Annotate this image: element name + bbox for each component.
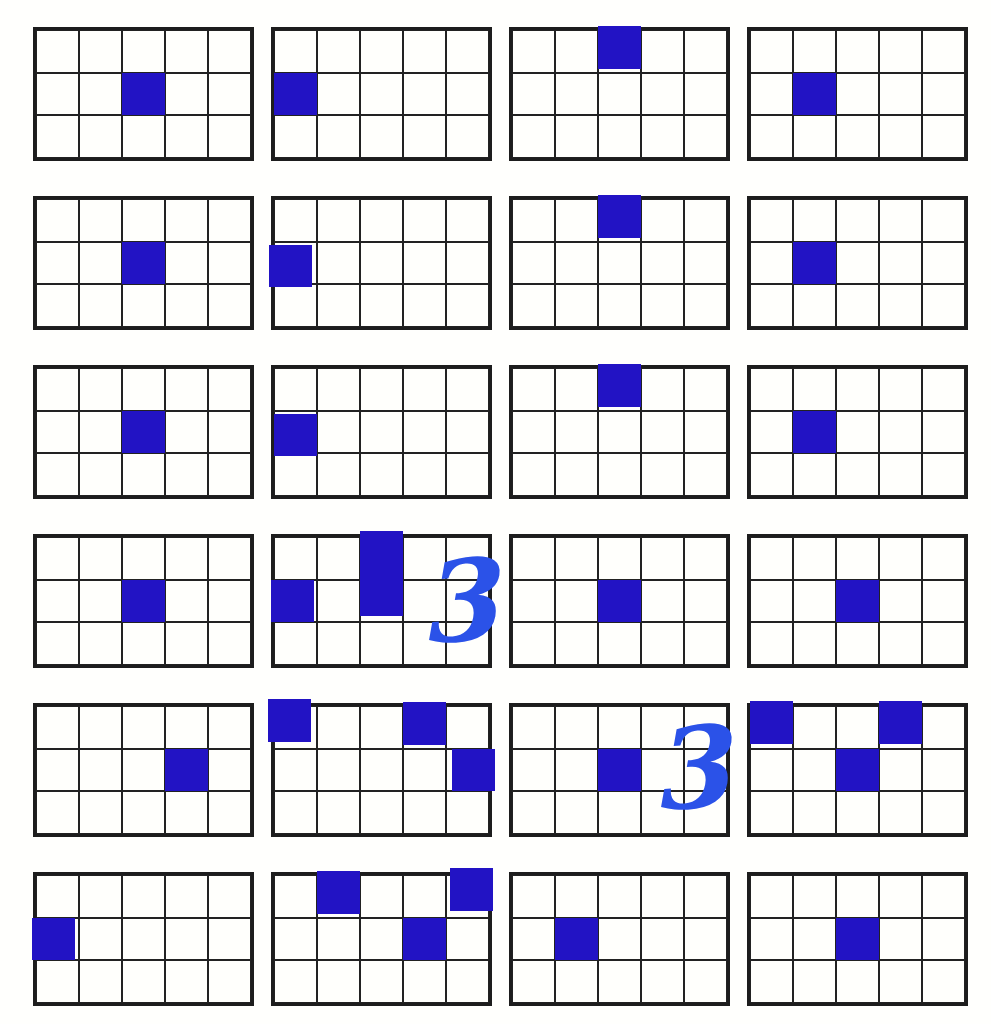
grid-cell — [512, 30, 555, 73]
grid-cell — [750, 368, 793, 411]
grid-cell — [922, 199, 965, 242]
grid-cell — [793, 622, 836, 665]
grid-cell — [879, 749, 922, 792]
grid-cell — [360, 875, 403, 918]
grid-cell — [165, 918, 208, 961]
grid-cell — [360, 30, 403, 73]
grid-cell — [641, 242, 684, 285]
grid-cell — [750, 73, 793, 116]
grid-cell — [750, 284, 793, 327]
grid-cell — [317, 411, 360, 454]
grid-cell — [793, 960, 836, 1003]
grid-cell — [836, 73, 879, 116]
grid-cell — [555, 537, 598, 580]
shaded-cell — [274, 414, 317, 457]
grid-cell — [512, 580, 555, 623]
grid-cell — [446, 411, 489, 454]
grid-cell — [793, 706, 836, 749]
grid-cell — [793, 30, 836, 73]
grid-cell — [750, 242, 793, 285]
grid-cell — [403, 453, 446, 496]
grid-cell — [79, 960, 122, 1003]
grid-cell — [36, 622, 79, 665]
grid-cell — [641, 411, 684, 454]
grid-cell — [922, 622, 965, 665]
grid-cell — [208, 622, 251, 665]
grid-cell — [836, 368, 879, 411]
grid-cell — [403, 622, 446, 665]
grid-cell — [122, 706, 165, 749]
mini-grid-board-21 — [33, 872, 254, 1006]
grid-cell — [403, 960, 446, 1003]
grid-cell — [79, 73, 122, 116]
grid-cell — [836, 960, 879, 1003]
grid-cell — [598, 537, 641, 580]
grid-cell — [793, 580, 836, 623]
grid-cell — [360, 242, 403, 285]
grid-cell — [208, 284, 251, 327]
grid-cell — [208, 242, 251, 285]
grid-cell — [793, 749, 836, 792]
grid-cell — [36, 749, 79, 792]
grid-cell — [684, 368, 727, 411]
grid-cell — [165, 537, 208, 580]
grid-cell — [750, 453, 793, 496]
grid-cell — [922, 30, 965, 73]
grid-cell — [512, 73, 555, 116]
grid-cell — [165, 453, 208, 496]
grid-cell — [879, 368, 922, 411]
grid-cell — [684, 537, 727, 580]
grid-cell — [922, 960, 965, 1003]
grid-cell — [36, 706, 79, 749]
grid-cell — [446, 115, 489, 158]
grid-cell — [208, 368, 251, 411]
grid-cell — [750, 622, 793, 665]
grid-cell — [684, 791, 727, 834]
grid-cell — [36, 537, 79, 580]
grid-cell — [879, 73, 922, 116]
shaded-cell — [452, 749, 495, 792]
grid-cell — [446, 199, 489, 242]
grid-cell — [36, 73, 79, 116]
grid-cell — [641, 749, 684, 792]
shaded-cell — [793, 73, 836, 116]
grid-cell — [750, 960, 793, 1003]
worksheet-page: 33 — [0, 0, 991, 1024]
grid-cell — [446, 622, 489, 665]
grid-cell — [403, 199, 446, 242]
grid-cell — [79, 411, 122, 454]
grid-cell — [512, 199, 555, 242]
grid-cell — [555, 622, 598, 665]
grid-cell — [122, 284, 165, 327]
grid-cell — [922, 791, 965, 834]
shaded-cell — [598, 364, 641, 407]
grid-cell — [879, 411, 922, 454]
grid-cell — [598, 115, 641, 158]
shaded-cell — [750, 701, 793, 744]
grid-cell — [446, 791, 489, 834]
grid-cell — [836, 30, 879, 73]
mini-grid-board-16 — [747, 534, 968, 668]
shaded-cell — [836, 580, 879, 623]
mini-grid-board-17 — [33, 703, 254, 837]
grid-cell — [879, 791, 922, 834]
shaded-cell — [555, 918, 598, 961]
grid-cell — [208, 537, 251, 580]
grid-cell — [836, 199, 879, 242]
mini-grid-board-6 — [271, 196, 492, 330]
grid-cell — [274, 749, 317, 792]
grid-cell — [317, 537, 360, 580]
grid-cell — [879, 622, 922, 665]
grid-cell — [274, 537, 317, 580]
grid-cell — [641, 284, 684, 327]
shaded-cell — [450, 868, 493, 911]
grid-cell — [208, 875, 251, 918]
grid-cell — [684, 453, 727, 496]
shaded-cell — [836, 749, 879, 792]
grid-cell — [512, 115, 555, 158]
grid-cell — [274, 875, 317, 918]
grid-cell — [446, 242, 489, 285]
grid-cell — [684, 73, 727, 116]
grid-cell — [922, 875, 965, 918]
shaded-cell — [360, 531, 403, 616]
grid-cell — [274, 368, 317, 411]
grid-cell — [36, 411, 79, 454]
grid-cell — [750, 918, 793, 961]
grid-cell — [512, 453, 555, 496]
grid-cell — [836, 284, 879, 327]
mini-grid-board-22 — [271, 872, 492, 1006]
grid-cell — [598, 918, 641, 961]
grid-cell — [36, 580, 79, 623]
grid-cell — [446, 580, 489, 623]
grid-cell — [317, 242, 360, 285]
grid-cell — [446, 537, 489, 580]
grid-cell — [317, 960, 360, 1003]
grid-cell — [922, 284, 965, 327]
grid-cell — [274, 622, 317, 665]
grid-cell — [79, 875, 122, 918]
shaded-cell — [268, 699, 311, 742]
shaded-cell — [122, 411, 165, 454]
grid-cell — [836, 875, 879, 918]
grid-cell — [836, 242, 879, 285]
grid-cell — [165, 368, 208, 411]
mini-grid-board-14: 3 — [271, 534, 492, 668]
grid-cell — [555, 960, 598, 1003]
grid-cell — [555, 580, 598, 623]
grid-cell — [165, 706, 208, 749]
grid-cell — [836, 453, 879, 496]
grid-cell — [403, 30, 446, 73]
grid-cell — [555, 411, 598, 454]
grid-cell — [317, 30, 360, 73]
grid-cell — [836, 791, 879, 834]
grid-cell — [317, 622, 360, 665]
grid-cell — [79, 30, 122, 73]
grid-cell — [555, 242, 598, 285]
shaded-cell — [598, 580, 641, 623]
grid-cell — [360, 411, 403, 454]
grid-cell — [512, 537, 555, 580]
grid-cell — [403, 749, 446, 792]
grid-cell — [836, 537, 879, 580]
grid-cell — [750, 580, 793, 623]
grid-cell — [598, 411, 641, 454]
grid-cell — [836, 706, 879, 749]
grid-cell — [403, 875, 446, 918]
grid-cell — [836, 115, 879, 158]
grid-cell — [274, 199, 317, 242]
grid-cell — [684, 960, 727, 1003]
grid-cell — [360, 791, 403, 834]
mini-grid-board-19: 3 — [509, 703, 730, 837]
grid-cell — [684, 875, 727, 918]
grid-cell — [36, 875, 79, 918]
grid-cell — [512, 706, 555, 749]
shaded-cell — [403, 702, 446, 745]
grid-cell — [641, 115, 684, 158]
shaded-cell — [317, 871, 360, 914]
grid-cell — [922, 580, 965, 623]
grid-cell — [360, 368, 403, 411]
grid-cell — [684, 580, 727, 623]
grid-cell — [317, 580, 360, 623]
grid-cell — [684, 30, 727, 73]
grid-cell — [684, 749, 727, 792]
grid-cell — [165, 411, 208, 454]
mini-grid-board-24 — [747, 872, 968, 1006]
shaded-cell — [836, 918, 879, 961]
mini-grid-board-15 — [509, 534, 730, 668]
grid-cell — [360, 453, 403, 496]
grid-cell — [446, 30, 489, 73]
grid-cell — [446, 284, 489, 327]
grid-cell — [36, 960, 79, 1003]
grid-cell — [122, 960, 165, 1003]
shaded-cell — [879, 701, 922, 744]
grid-cell — [922, 918, 965, 961]
grid-cell — [165, 73, 208, 116]
grid-cell — [79, 791, 122, 834]
grid-cell — [360, 115, 403, 158]
grid-cell — [750, 875, 793, 918]
mini-grid-board-11 — [509, 365, 730, 499]
grid-cell — [208, 411, 251, 454]
grid-cell — [879, 284, 922, 327]
grid-cell — [317, 115, 360, 158]
grid-cell — [360, 960, 403, 1003]
grid-cell — [598, 960, 641, 1003]
grid-cell — [879, 199, 922, 242]
grid-cell — [165, 875, 208, 918]
mini-grid-board-5 — [33, 196, 254, 330]
grid-cell — [36, 199, 79, 242]
grid-cell — [360, 749, 403, 792]
grid-cell — [122, 115, 165, 158]
mini-grid-board-23 — [509, 872, 730, 1006]
shaded-cell — [793, 242, 836, 285]
grid-cell — [122, 453, 165, 496]
grid-cell — [641, 453, 684, 496]
grid-cell — [36, 115, 79, 158]
grid-cell — [512, 622, 555, 665]
grid-cell — [165, 30, 208, 73]
grid-cell — [122, 918, 165, 961]
grid-cell — [555, 791, 598, 834]
grid-cell — [274, 30, 317, 73]
mini-grid-board-20 — [747, 703, 968, 837]
grid-cell — [598, 706, 641, 749]
grid-cell — [879, 115, 922, 158]
grid-cell — [641, 918, 684, 961]
shaded-cell — [122, 580, 165, 623]
grid-cell — [598, 284, 641, 327]
grid-cell — [79, 115, 122, 158]
grid-cell — [512, 242, 555, 285]
grid-cell — [793, 199, 836, 242]
grid-cell — [879, 453, 922, 496]
grid-cell — [317, 199, 360, 242]
grid-cell — [879, 875, 922, 918]
grid-cell — [36, 368, 79, 411]
grid-cell — [555, 875, 598, 918]
grid-cell — [793, 791, 836, 834]
grid-cell — [793, 115, 836, 158]
grid-cell — [36, 791, 79, 834]
grid-cell — [208, 918, 251, 961]
grid-cell — [879, 537, 922, 580]
mini-grid-board-2 — [271, 27, 492, 161]
grid-cell — [555, 706, 598, 749]
grid-cell — [208, 580, 251, 623]
grid-cell — [208, 30, 251, 73]
grid-cell — [836, 411, 879, 454]
grid-cell — [208, 115, 251, 158]
shaded-cell — [793, 411, 836, 454]
grid-cell — [922, 411, 965, 454]
grid-cell — [793, 368, 836, 411]
grid-cell — [165, 960, 208, 1003]
grid-cell — [750, 411, 793, 454]
grid-cell — [641, 580, 684, 623]
grid-cell — [165, 580, 208, 623]
grid-cell — [555, 284, 598, 327]
grid-cell — [79, 537, 122, 580]
grid-cell — [208, 960, 251, 1003]
grid-cell — [360, 284, 403, 327]
grid-cell — [512, 875, 555, 918]
grid-cell — [836, 622, 879, 665]
grid-cell — [446, 368, 489, 411]
grid-cell — [555, 453, 598, 496]
grid-cell — [598, 875, 641, 918]
grid-cell — [598, 791, 641, 834]
grid-cell — [922, 749, 965, 792]
grid-cell — [165, 284, 208, 327]
grid-cell — [922, 368, 965, 411]
shaded-cell — [598, 195, 641, 238]
grid-cell — [641, 368, 684, 411]
grid-cell — [641, 791, 684, 834]
grid-cell — [403, 580, 446, 623]
shaded-cell — [598, 26, 641, 69]
grid-cell — [684, 242, 727, 285]
mini-grid-board-13 — [33, 534, 254, 668]
grid-cell — [512, 791, 555, 834]
grid-cell — [750, 749, 793, 792]
shaded-cell — [165, 749, 208, 792]
grid-cell — [403, 73, 446, 116]
grid-cell — [879, 960, 922, 1003]
mini-grid-board-3 — [509, 27, 730, 161]
grid-cell — [317, 453, 360, 496]
grid-cell — [641, 73, 684, 116]
grid-cell — [922, 242, 965, 285]
grid-cell — [641, 199, 684, 242]
grid-cell — [793, 537, 836, 580]
grid-cell — [446, 960, 489, 1003]
grid-cell — [684, 115, 727, 158]
grid-cell — [317, 73, 360, 116]
grid-cell — [274, 918, 317, 961]
grid-cell — [922, 706, 965, 749]
grid-cell — [555, 368, 598, 411]
shaded-cell — [32, 918, 75, 961]
grid-cell — [555, 749, 598, 792]
grid-cell — [793, 453, 836, 496]
grid-cell — [403, 284, 446, 327]
grid-cell — [641, 706, 684, 749]
grid-cell — [684, 199, 727, 242]
grid-cell — [317, 368, 360, 411]
mini-grid-board-1 — [33, 27, 254, 161]
grid-cell — [165, 115, 208, 158]
grid-cell — [879, 242, 922, 285]
grid-cell — [403, 411, 446, 454]
grid-cell — [922, 115, 965, 158]
grid-cell — [793, 284, 836, 327]
grid-cell — [360, 918, 403, 961]
grid-cell — [317, 749, 360, 792]
grid-cell — [122, 199, 165, 242]
grid-cell — [165, 242, 208, 285]
grid-cell — [122, 30, 165, 73]
grid-cell — [317, 284, 360, 327]
grid-cell — [879, 30, 922, 73]
grid-cell — [360, 706, 403, 749]
grid-cell — [641, 537, 684, 580]
grid-cell — [360, 622, 403, 665]
grid-cell — [274, 115, 317, 158]
grid-cell — [555, 30, 598, 73]
grid-cell — [750, 30, 793, 73]
mini-grid-board-10 — [271, 365, 492, 499]
grid-cell — [208, 453, 251, 496]
grid-cell — [317, 706, 360, 749]
grid-cell — [922, 453, 965, 496]
grid-cell — [122, 749, 165, 792]
mini-grid-board-7 — [509, 196, 730, 330]
grid-cell — [403, 115, 446, 158]
shaded-cell — [122, 242, 165, 285]
mini-grid-board-4 — [747, 27, 968, 161]
mini-grid-board-8 — [747, 196, 968, 330]
